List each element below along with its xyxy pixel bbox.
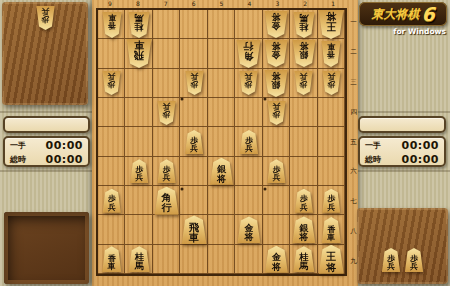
shogi-piece-gote[interactable]: 歩兵 — [185, 71, 204, 95]
board-square[interactable]: 金将 — [263, 39, 290, 68]
board-square[interactable]: 歩兵 — [180, 69, 207, 98]
board-square[interactable]: 歩兵 — [153, 98, 180, 127]
board-square[interactable] — [235, 245, 262, 274]
board-square[interactable] — [263, 127, 290, 156]
shogi-piece-sente[interactable]: 歩兵 — [185, 130, 204, 154]
board-square[interactable]: 歩兵 — [235, 127, 262, 156]
board-square[interactable]: 金将 — [263, 245, 290, 274]
board-square[interactable] — [318, 157, 345, 186]
sente-total-time: 00:00 — [401, 153, 439, 166]
hoshi-dot — [180, 187, 183, 190]
board-square[interactable] — [208, 69, 235, 98]
shogi-piece-gote[interactable]: 金将 — [264, 11, 288, 38]
board-square[interactable] — [208, 215, 235, 244]
board-square[interactable] — [208, 10, 235, 39]
board-square[interactable] — [125, 69, 152, 98]
file-label: 3 — [263, 0, 291, 8]
shogi-piece-gote[interactable]: 歩兵 — [102, 71, 121, 95]
sente-total-time-label: 総時 — [365, 154, 381, 165]
shogi-piece-gote[interactable]: 歩兵 — [36, 6, 55, 30]
board-square[interactable]: 桂馬 — [290, 10, 317, 39]
rank-label: 一 — [348, 8, 359, 38]
shogi-piece-sente[interactable]: 銀将 — [292, 216, 316, 243]
board-square[interactable] — [153, 10, 180, 39]
board-square[interactable] — [208, 39, 235, 68]
board-square[interactable]: 歩兵 — [180, 127, 207, 156]
board-square[interactable]: 銀将 — [290, 215, 317, 244]
tatami-seam — [0, 170, 92, 172]
board-square[interactable] — [153, 245, 180, 274]
sente-captured-tray: 歩兵歩兵 — [357, 208, 448, 284]
file-label: 8 — [124, 0, 152, 8]
board-square[interactable]: 王将 — [318, 245, 345, 274]
shogi-piece-sente[interactable]: 飛車 — [181, 215, 207, 244]
board-square[interactable] — [125, 127, 152, 156]
shogi-piece-gote[interactable]: 香車 — [102, 12, 122, 38]
shogi-piece-gote[interactable]: 歩兵 — [157, 101, 176, 125]
tatami-seam — [358, 111, 450, 113]
shogi-piece-sente[interactable]: 歩兵 — [382, 248, 401, 272]
board-square[interactable]: 銀将 — [208, 157, 235, 186]
board-square[interactable]: 歩兵 — [98, 69, 125, 98]
board-square[interactable] — [208, 127, 235, 156]
shogi-piece-sente[interactable]: 金将 — [264, 246, 288, 273]
shogi-piece-sente[interactable]: 香車 — [102, 246, 122, 272]
board-square[interactable] — [290, 127, 317, 156]
rank-label: 二 — [348, 38, 359, 68]
board-square[interactable] — [98, 39, 125, 68]
gote-player-name-box — [3, 116, 90, 133]
file-label: 5 — [208, 0, 236, 8]
shogi-piece-sente[interactable]: 金将 — [237, 216, 261, 243]
board-square[interactable] — [235, 98, 262, 127]
board-square[interactable] — [180, 10, 207, 39]
board-square[interactable]: 歩兵 — [263, 157, 290, 186]
board-square[interactable] — [153, 127, 180, 156]
board-square[interactable] — [290, 157, 317, 186]
board-square[interactable] — [98, 98, 125, 127]
shogi-piece-sente[interactable]: 歩兵 — [294, 189, 313, 213]
board-square[interactable] — [235, 10, 262, 39]
sente-clock: 一手 00:00 総時 00:00 — [358, 136, 446, 167]
board-square[interactable]: 歩兵 — [318, 69, 345, 98]
board-square[interactable] — [180, 39, 207, 68]
sente-player-name-box — [358, 116, 446, 133]
shogi-piece-sente[interactable]: 歩兵 — [322, 189, 341, 213]
shogi-piece-gote[interactable]: 角行 — [236, 40, 261, 68]
shogi-piece-gote[interactable]: 飛車 — [126, 39, 152, 68]
shogi-piece-sente[interactable]: 歩兵 — [405, 248, 424, 272]
board-square[interactable] — [180, 245, 207, 274]
board-square[interactable] — [208, 186, 235, 215]
file-label: 7 — [152, 0, 180, 8]
file-labels: 987654321 — [96, 0, 347, 8]
board-square[interactable] — [125, 98, 152, 127]
board-square[interactable] — [263, 186, 290, 215]
board-square[interactable]: 香車 — [318, 39, 345, 68]
gote-move-time-label: 一手 — [10, 140, 26, 151]
board-square[interactable]: 歩兵 — [290, 186, 317, 215]
board-square[interactable] — [235, 157, 262, 186]
gote-move-time: 00:00 — [45, 139, 83, 152]
board-square[interactable]: 歩兵 — [153, 157, 180, 186]
board-square[interactable]: 歩兵 — [98, 186, 125, 215]
board-square[interactable] — [98, 157, 125, 186]
rank-label: 三 — [348, 68, 359, 98]
file-label: 2 — [291, 0, 319, 8]
board-square[interactable] — [125, 215, 152, 244]
shogi-piece-sente[interactable]: 角行 — [154, 187, 179, 215]
logo-subtitle: for Windows — [368, 27, 446, 36]
gote-captured-tray: 歩兵 — [2, 2, 88, 105]
board-square[interactable]: 桂馬 — [125, 10, 152, 39]
gote-clock: 一手 00:00 総時 00:00 — [3, 136, 90, 167]
board-square[interactable] — [98, 215, 125, 244]
board-square[interactable] — [208, 98, 235, 127]
file-label: 6 — [180, 0, 208, 8]
shogi-piece-sente[interactable]: 桂馬 — [293, 246, 315, 272]
board-square[interactable]: 歩兵 — [263, 98, 290, 127]
sente-move-time: 00:00 — [401, 139, 439, 152]
board-square[interactable] — [208, 245, 235, 274]
shogi-piece-gote[interactable]: 桂馬 — [128, 12, 150, 38]
board-square[interactable] — [153, 215, 180, 244]
board-square[interactable] — [153, 69, 180, 98]
board-square[interactable] — [290, 98, 317, 127]
board-square[interactable] — [263, 215, 290, 244]
shogi-piece-sente[interactable]: 銀将 — [209, 158, 233, 185]
board-square[interactable]: 飛車 — [180, 215, 207, 244]
hoshi-dot — [264, 187, 267, 190]
piece-box — [4, 212, 89, 284]
board-square[interactable]: 金将 — [235, 215, 262, 244]
board-square[interactable] — [318, 98, 345, 127]
shogi-piece-gote[interactable]: 歩兵 — [239, 71, 258, 95]
board-square[interactable]: 金将 — [263, 10, 290, 39]
board-square[interactable]: 歩兵 — [125, 157, 152, 186]
board-square[interactable] — [180, 98, 207, 127]
logo-version: 6 — [421, 5, 434, 24]
board-square[interactable] — [180, 186, 207, 215]
shogi-board: 香車桂馬金将桂馬王将飛車角行金将銀将香車歩兵歩兵歩兵銀将歩兵歩兵歩兵歩兵歩兵歩兵… — [96, 8, 347, 276]
board-square[interactable]: 桂馬 — [290, 245, 317, 274]
shogi-piece-gote[interactable]: 桂馬 — [293, 12, 315, 38]
board-square[interactable] — [125, 186, 152, 215]
board-square[interactable]: 香車 — [98, 10, 125, 39]
shogi-piece-sente[interactable]: 香車 — [321, 217, 341, 243]
shogi-piece-gote[interactable]: 香車 — [321, 41, 341, 67]
board-square[interactable] — [318, 127, 345, 156]
file-label: 9 — [96, 0, 124, 8]
tatami-seam — [358, 170, 450, 172]
shogi-piece-gote[interactable]: 歩兵 — [294, 71, 313, 95]
board-square[interactable]: 王将 — [318, 10, 345, 39]
shogi-piece-sente[interactable]: 歩兵 — [130, 159, 149, 183]
tatami-seam — [0, 111, 92, 113]
board-square[interactable]: 香車 — [318, 215, 345, 244]
shogi-piece-gote[interactable]: 金将 — [264, 40, 288, 67]
hoshi-dot — [264, 98, 267, 101]
shogi-piece-gote[interactable]: 銀将 — [264, 70, 288, 97]
board-square[interactable] — [235, 186, 262, 215]
shogi-piece-sente[interactable]: 桂馬 — [128, 246, 150, 272]
shogi-piece-sente[interactable]: 歩兵 — [267, 159, 286, 183]
shogi-piece-sente[interactable]: 歩兵 — [102, 189, 121, 213]
board-square[interactable]: 歩兵 — [235, 69, 262, 98]
shogi-piece-sente[interactable]: 王将 — [318, 245, 344, 274]
gote-total-time: 00:00 — [45, 153, 83, 166]
hoshi-dot — [180, 98, 183, 101]
logo-title: 東大将棋 — [371, 6, 419, 23]
board-square[interactable] — [180, 157, 207, 186]
shogi-piece-gote[interactable]: 銀将 — [292, 40, 316, 67]
app-logo: 東大将棋 6 — [359, 2, 447, 26]
shogi-piece-sente[interactable]: 歩兵 — [157, 159, 176, 183]
file-label: 1 — [319, 0, 347, 8]
shogi-piece-gote[interactable]: 歩兵 — [267, 101, 286, 125]
board-square[interactable]: 桂馬 — [125, 245, 152, 274]
shogi-piece-sente[interactable]: 歩兵 — [239, 130, 258, 154]
board-square[interactable]: 香車 — [98, 245, 125, 274]
sente-move-time-label: 一手 — [365, 140, 381, 151]
board-square[interactable]: 歩兵 — [318, 186, 345, 215]
board-square[interactable] — [98, 127, 125, 156]
shogi-piece-gote[interactable]: 王将 — [318, 10, 344, 39]
board-square[interactable]: 飛車 — [125, 39, 152, 68]
file-label: 4 — [235, 0, 263, 8]
board-square[interactable]: 歩兵 — [290, 69, 317, 98]
board-square[interactable]: 銀将 — [290, 39, 317, 68]
gote-total-time-label: 総時 — [10, 154, 26, 165]
board-square[interactable]: 角行 — [153, 186, 180, 215]
shogi-piece-gote[interactable]: 歩兵 — [322, 71, 341, 95]
board-square[interactable]: 角行 — [235, 39, 262, 68]
board-square[interactable] — [153, 39, 180, 68]
board-square[interactable]: 銀将 — [263, 69, 290, 98]
